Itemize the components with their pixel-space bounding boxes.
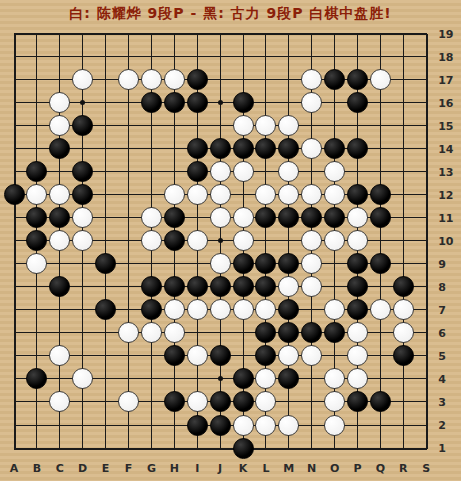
white-stone-I12[interactable] xyxy=(187,184,208,205)
column-label-P: P xyxy=(353,462,361,475)
black-stone-N6[interactable] xyxy=(301,322,322,343)
black-stone-D12[interactable] xyxy=(72,184,93,205)
white-stone-G6[interactable] xyxy=(141,322,162,343)
black-stone-P12[interactable] xyxy=(347,184,368,205)
white-stone-H12[interactable] xyxy=(164,184,185,205)
white-stone-D11[interactable] xyxy=(72,207,93,228)
black-stone-G8[interactable] xyxy=(141,276,162,297)
black-stone-M9[interactable] xyxy=(278,253,299,274)
black-stone-B4[interactable] xyxy=(26,368,47,389)
row-label-15: 15 xyxy=(438,119,453,132)
row-label-1: 1 xyxy=(438,442,446,455)
white-stone-C3[interactable] xyxy=(49,391,70,412)
white-stone-N10[interactable] xyxy=(301,230,322,251)
white-stone-M13[interactable] xyxy=(278,161,299,182)
white-stone-P4[interactable] xyxy=(347,368,368,389)
white-stone-C16[interactable] xyxy=(49,92,70,113)
black-stone-L8[interactable] xyxy=(255,276,276,297)
white-stone-I3[interactable] xyxy=(187,391,208,412)
black-stone-R8[interactable] xyxy=(393,276,414,297)
row-label-18: 18 xyxy=(438,50,453,63)
column-label-O: O xyxy=(330,462,339,475)
white-stone-J12[interactable] xyxy=(210,184,231,205)
black-stone-I8[interactable] xyxy=(187,276,208,297)
black-stone-K8[interactable] xyxy=(233,276,254,297)
white-stone-L7[interactable] xyxy=(255,299,276,320)
black-stone-H11[interactable] xyxy=(164,207,185,228)
white-stone-L4[interactable] xyxy=(255,368,276,389)
row-label-16: 16 xyxy=(438,96,453,109)
row-label-6: 6 xyxy=(438,326,446,339)
white-stone-I7[interactable] xyxy=(187,299,208,320)
black-stone-J2[interactable] xyxy=(210,415,231,436)
white-stone-L12[interactable] xyxy=(255,184,276,205)
go-board[interactable]: ABCDEFGHIJKLMNOPQRS191817161514131211109… xyxy=(0,28,461,481)
black-stone-O14[interactable] xyxy=(324,138,345,159)
board-grid-line xyxy=(380,34,381,450)
black-stone-K9[interactable] xyxy=(233,253,254,274)
white-stone-R6[interactable] xyxy=(393,322,414,343)
column-label-S: S xyxy=(422,462,430,475)
white-stone-O10[interactable] xyxy=(324,230,345,251)
white-stone-Q17[interactable] xyxy=(370,69,391,90)
star-point xyxy=(218,376,223,381)
board-grid-line xyxy=(426,34,428,450)
column-label-K: K xyxy=(239,462,248,475)
column-label-B: B xyxy=(33,462,41,475)
white-stone-B9[interactable] xyxy=(26,253,47,274)
white-stone-O3[interactable] xyxy=(324,391,345,412)
star-point xyxy=(80,100,85,105)
row-label-4: 4 xyxy=(438,372,446,385)
white-stone-O7[interactable] xyxy=(324,299,345,320)
white-stone-P11[interactable] xyxy=(347,207,368,228)
black-stone-K3[interactable] xyxy=(233,391,254,412)
board-grid-line xyxy=(403,34,404,450)
black-stone-H5[interactable] xyxy=(164,345,185,366)
black-stone-R5[interactable] xyxy=(393,345,414,366)
black-stone-N11[interactable] xyxy=(301,207,322,228)
row-label-2: 2 xyxy=(438,419,446,432)
black-stone-M7[interactable] xyxy=(278,299,299,320)
black-stone-O6[interactable] xyxy=(324,322,345,343)
black-stone-J3[interactable] xyxy=(210,391,231,412)
white-stone-J13[interactable] xyxy=(210,161,231,182)
black-stone-E7[interactable] xyxy=(95,299,116,320)
black-stone-Q11[interactable] xyxy=(370,207,391,228)
white-stone-N12[interactable] xyxy=(301,184,322,205)
black-stone-Q9[interactable] xyxy=(370,253,391,274)
column-label-R: R xyxy=(399,462,407,475)
black-stone-P7[interactable] xyxy=(347,299,368,320)
black-stone-C14[interactable] xyxy=(49,138,70,159)
white-stone-N16[interactable] xyxy=(301,92,322,113)
white-stone-J11[interactable] xyxy=(210,207,231,228)
column-label-H: H xyxy=(170,462,179,475)
black-stone-I14[interactable] xyxy=(187,138,208,159)
white-stone-C15[interactable] xyxy=(49,115,70,136)
black-stone-C8[interactable] xyxy=(49,276,70,297)
board-grid-line xyxy=(14,34,16,450)
row-label-5: 5 xyxy=(438,349,446,362)
row-label-17: 17 xyxy=(438,73,453,86)
white-stone-C5[interactable] xyxy=(49,345,70,366)
black-stone-M14[interactable] xyxy=(278,138,299,159)
white-stone-O4[interactable] xyxy=(324,368,345,389)
black-stone-P9[interactable] xyxy=(347,253,368,274)
black-stone-M4[interactable] xyxy=(278,368,299,389)
black-stone-E9[interactable] xyxy=(95,253,116,274)
column-label-J: J xyxy=(218,462,222,475)
game-title: 白: 陈耀烨 9段P - 黑: 古力 9段P 白棋中盘胜! xyxy=(69,5,392,23)
column-label-N: N xyxy=(307,462,316,475)
white-stone-K10[interactable] xyxy=(233,230,254,251)
star-point xyxy=(218,100,223,105)
black-stone-H8[interactable] xyxy=(164,276,185,297)
white-stone-F6[interactable] xyxy=(118,322,139,343)
white-stone-B12[interactable] xyxy=(26,184,47,205)
white-stone-H7[interactable] xyxy=(164,299,185,320)
white-stone-P10[interactable] xyxy=(347,230,368,251)
white-stone-H17[interactable] xyxy=(164,69,185,90)
row-label-13: 13 xyxy=(438,165,453,178)
black-stone-P14[interactable] xyxy=(347,138,368,159)
white-stone-P6[interactable] xyxy=(347,322,368,343)
black-stone-B11[interactable] xyxy=(26,207,47,228)
white-stone-I10[interactable] xyxy=(187,230,208,251)
black-stone-L14[interactable] xyxy=(255,138,276,159)
row-label-9: 9 xyxy=(438,257,446,270)
row-label-8: 8 xyxy=(438,280,446,293)
white-stone-G10[interactable] xyxy=(141,230,162,251)
black-stone-I17[interactable] xyxy=(187,69,208,90)
board-grid-line xyxy=(14,33,427,35)
board-grid-line xyxy=(128,34,129,450)
white-stone-K7[interactable] xyxy=(233,299,254,320)
black-stone-M11[interactable] xyxy=(278,207,299,228)
white-stone-O2[interactable] xyxy=(324,415,345,436)
black-stone-K1[interactable] xyxy=(233,438,254,459)
white-stone-R7[interactable] xyxy=(393,299,414,320)
row-label-12: 12 xyxy=(438,188,453,201)
white-stone-J7[interactable] xyxy=(210,299,231,320)
black-stone-I2[interactable] xyxy=(187,415,208,436)
black-stone-H16[interactable] xyxy=(164,92,185,113)
white-stone-M2[interactable] xyxy=(278,415,299,436)
black-stone-I16[interactable] xyxy=(187,92,208,113)
white-stone-K2[interactable] xyxy=(233,415,254,436)
white-stone-D17[interactable] xyxy=(72,69,93,90)
white-stone-M15[interactable] xyxy=(278,115,299,136)
white-stone-N9[interactable] xyxy=(301,253,322,274)
white-stone-P5[interactable] xyxy=(347,345,368,366)
black-stone-K16[interactable] xyxy=(233,92,254,113)
white-stone-K11[interactable] xyxy=(233,207,254,228)
black-stone-H10[interactable] xyxy=(164,230,185,251)
game-info-bar: 白: 陈耀烨 9段P - 黑: 古力 9段P 白棋中盘胜! xyxy=(0,0,461,28)
column-label-M: M xyxy=(283,462,294,475)
white-stone-L3[interactable] xyxy=(255,391,276,412)
black-stone-P8[interactable] xyxy=(347,276,368,297)
white-stone-H6[interactable] xyxy=(164,322,185,343)
black-stone-P17[interactable] xyxy=(347,69,368,90)
black-stone-G16[interactable] xyxy=(141,92,162,113)
white-stone-N8[interactable] xyxy=(301,276,322,297)
white-stone-L2[interactable] xyxy=(255,415,276,436)
black-stone-D15[interactable] xyxy=(72,115,93,136)
board-grid-line xyxy=(14,448,427,450)
row-label-19: 19 xyxy=(438,27,453,40)
white-stone-G17[interactable] xyxy=(141,69,162,90)
black-stone-I13[interactable] xyxy=(187,161,208,182)
row-label-14: 14 xyxy=(438,142,453,155)
white-stone-G11[interactable] xyxy=(141,207,162,228)
black-stone-O11[interactable] xyxy=(324,207,345,228)
white-stone-M5[interactable] xyxy=(278,345,299,366)
black-stone-L5[interactable] xyxy=(255,345,276,366)
white-stone-M12[interactable] xyxy=(278,184,299,205)
white-stone-K13[interactable] xyxy=(233,161,254,182)
white-stone-M8[interactable] xyxy=(278,276,299,297)
black-stone-K14[interactable] xyxy=(233,138,254,159)
black-stone-D13[interactable] xyxy=(72,161,93,182)
column-label-A: A xyxy=(10,462,19,475)
black-stone-L6[interactable] xyxy=(255,322,276,343)
white-stone-O12[interactable] xyxy=(324,184,345,205)
white-stone-J9[interactable] xyxy=(210,253,231,274)
board-grid-line xyxy=(105,34,106,450)
white-stone-D10[interactable] xyxy=(72,230,93,251)
black-stone-Q3[interactable] xyxy=(370,391,391,412)
column-label-C: C xyxy=(56,462,64,475)
white-stone-K15[interactable] xyxy=(233,115,254,136)
black-stone-M6[interactable] xyxy=(278,322,299,343)
black-stone-C11[interactable] xyxy=(49,207,70,228)
black-stone-B13[interactable] xyxy=(26,161,47,182)
black-stone-P3[interactable] xyxy=(347,391,368,412)
white-stone-Q7[interactable] xyxy=(370,299,391,320)
black-stone-J8[interactable] xyxy=(210,276,231,297)
board-grid-line xyxy=(14,56,427,57)
black-stone-K4[interactable] xyxy=(233,368,254,389)
column-label-D: D xyxy=(78,462,87,475)
white-stone-F3[interactable] xyxy=(118,391,139,412)
white-stone-O13[interactable] xyxy=(324,161,345,182)
white-stone-N14[interactable] xyxy=(301,138,322,159)
white-stone-L15[interactable] xyxy=(255,115,276,136)
column-label-Q: Q xyxy=(376,462,385,475)
white-stone-N17[interactable] xyxy=(301,69,322,90)
column-label-F: F xyxy=(125,462,133,475)
black-stone-J5[interactable] xyxy=(210,345,231,366)
row-label-7: 7 xyxy=(438,303,446,316)
row-label-10: 10 xyxy=(438,234,453,247)
black-stone-B10[interactable] xyxy=(26,230,47,251)
row-label-3: 3 xyxy=(438,395,446,408)
black-stone-O17[interactable] xyxy=(324,69,345,90)
go-game-viewer: 白: 陈耀烨 9段P - 黑: 古力 9段P 白棋中盘胜! ABCDEFGHIJ… xyxy=(0,0,461,481)
star-point xyxy=(218,238,223,243)
white-stone-N5[interactable] xyxy=(301,345,322,366)
white-stone-I5[interactable] xyxy=(187,345,208,366)
column-label-G: G xyxy=(147,462,156,475)
white-stone-F17[interactable] xyxy=(118,69,139,90)
white-stone-C10[interactable] xyxy=(49,230,70,251)
black-stone-J14[interactable] xyxy=(210,138,231,159)
black-stone-Q12[interactable] xyxy=(370,184,391,205)
column-label-E: E xyxy=(102,462,110,475)
black-stone-G7[interactable] xyxy=(141,299,162,320)
black-stone-H3[interactable] xyxy=(164,391,185,412)
white-stone-D4[interactable] xyxy=(72,368,93,389)
column-label-L: L xyxy=(262,462,269,475)
column-label-I: I xyxy=(195,462,199,475)
black-stone-P16[interactable] xyxy=(347,92,368,113)
row-label-11: 11 xyxy=(438,211,453,224)
black-stone-L9[interactable] xyxy=(255,253,276,274)
black-stone-A12[interactable] xyxy=(4,184,25,205)
black-stone-L11[interactable] xyxy=(255,207,276,228)
white-stone-C12[interactable] xyxy=(49,184,70,205)
